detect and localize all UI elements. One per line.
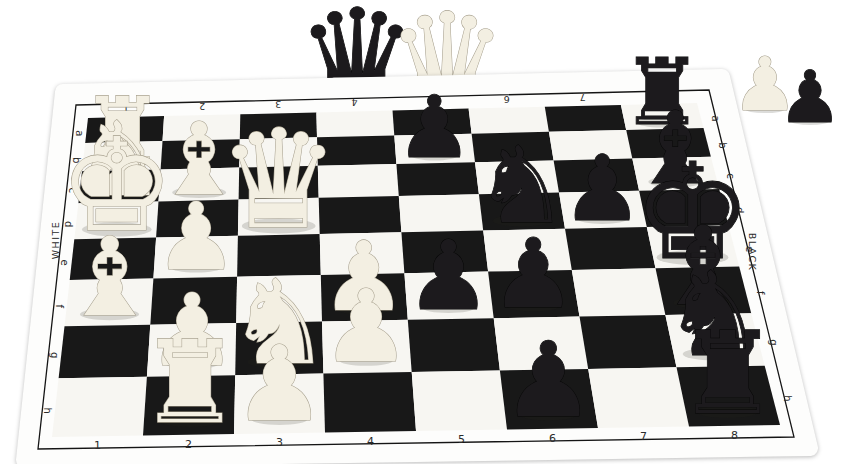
file-label-left: h xyxy=(42,408,53,414)
file-label-left: g xyxy=(49,352,60,358)
square-h1 xyxy=(52,377,147,437)
file-label-right: h xyxy=(782,395,793,401)
rank-label-bottom: 7 xyxy=(640,430,647,443)
piece-black-pawn: ♟ xyxy=(405,220,491,332)
rank-label-top: 4 xyxy=(351,97,357,108)
piece-white-pawn: ♟ xyxy=(321,268,411,385)
piece-white-pawn: ♟ xyxy=(233,323,326,445)
piece-black-pawn: ♟ xyxy=(490,218,576,330)
piece-black-rook: ♜ xyxy=(676,307,778,440)
rank-label-top: 6 xyxy=(504,94,510,105)
piece-black-pawn: ♟ xyxy=(778,55,843,139)
rank-label-bottom: 1 xyxy=(94,439,101,452)
piece-white-rook: ♜ xyxy=(139,316,241,449)
square-h5 xyxy=(412,371,507,432)
rank-label-bottom: 4 xyxy=(367,435,374,448)
rank-label-top: 7 xyxy=(580,92,586,103)
piece-black-pawn: ♟ xyxy=(396,77,473,177)
rank-label-bottom: 5 xyxy=(458,433,465,446)
chess-photo-scene: ♛♛♟♟1122334455667788aabbccddeeffgghhWHIT… xyxy=(0,0,850,464)
chess-board-photo: ♛♛♟♟1122334455667788aabbccddeeffgghhWHIT… xyxy=(0,0,850,464)
piece-black-pawn: ♟ xyxy=(502,319,595,441)
